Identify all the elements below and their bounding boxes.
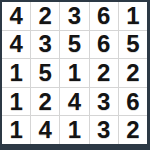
grid-cell-r5c4[interactable]: 3	[90, 116, 118, 144]
grid-cell-r3c2[interactable]: 5	[31, 59, 59, 87]
grid-cell-r4c4[interactable]: 3	[90, 88, 118, 116]
grid-cell-r5c1[interactable]: 1	[2, 116, 30, 144]
grid-cell-r5c2[interactable]: 4	[31, 116, 59, 144]
grid-cell-r4c5[interactable]: 6	[119, 88, 147, 116]
grid-cell-r1c4[interactable]: 6	[90, 2, 118, 30]
grid-cell-r4c3[interactable]: 4	[60, 88, 88, 116]
grid-cell-r3c3[interactable]: 1	[60, 59, 88, 87]
grid-cell-r1c2[interactable]: 2	[31, 2, 59, 30]
grid-cell-r4c2[interactable]: 2	[31, 88, 59, 116]
grid-cell-r4c1[interactable]: 1	[2, 88, 30, 116]
grid-cell-r1c1[interactable]: 4	[2, 2, 30, 30]
grid-cell-r3c5[interactable]: 2	[119, 59, 147, 87]
grid-cell-r2c4[interactable]: 6	[90, 31, 118, 59]
grid-cell-r1c5[interactable]: 1	[119, 2, 147, 30]
grid-cell-r2c3[interactable]: 5	[60, 31, 88, 59]
grid-cell-r1c3[interactable]: 3	[60, 2, 88, 30]
grid-cell-r3c1[interactable]: 1	[2, 59, 30, 87]
grid-cell-r5c3[interactable]: 1	[60, 116, 88, 144]
grid-cell-r2c2[interactable]: 3	[31, 31, 59, 59]
grid-cell-r5c5[interactable]: 2	[119, 116, 147, 144]
grid-cell-r2c5[interactable]: 5	[119, 31, 147, 59]
grid-cell-r2c1[interactable]: 4	[2, 31, 30, 59]
grid-cell-r3c4[interactable]: 2	[90, 59, 118, 87]
puzzle-board: 4236143565151221243614132	[0, 0, 150, 150]
